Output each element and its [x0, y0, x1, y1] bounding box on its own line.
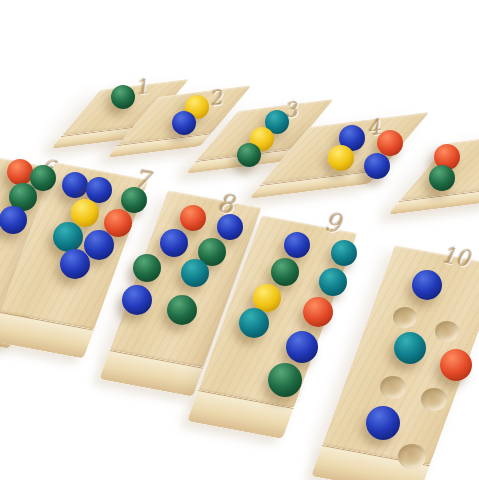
ball-yellow[interactable] — [71, 199, 99, 227]
board-scene: 1234678910 — [0, 0, 479, 480]
ball-blue[interactable] — [122, 285, 152, 315]
empty-dimple[interactable] — [393, 307, 417, 328]
ball-blue[interactable] — [172, 111, 196, 135]
ball-blue[interactable] — [62, 172, 88, 198]
ball-green[interactable] — [111, 85, 135, 109]
ball-teal[interactable] — [53, 222, 83, 252]
ball-blue[interactable] — [364, 153, 390, 179]
ball-blue[interactable] — [84, 230, 114, 260]
ball-green[interactable] — [271, 258, 299, 286]
ball-green[interactable] — [237, 143, 261, 167]
ball-green[interactable] — [30, 165, 56, 191]
ball-red[interactable] — [7, 159, 33, 185]
ball-blue[interactable] — [412, 270, 442, 300]
ball-red[interactable] — [303, 297, 333, 327]
ball-red[interactable] — [377, 130, 403, 156]
ball-blue[interactable] — [286, 331, 318, 363]
ball-teal[interactable] — [394, 332, 426, 364]
ball-blue[interactable] — [160, 229, 188, 257]
ball-teal[interactable] — [239, 308, 269, 338]
ball-blue[interactable] — [0, 206, 27, 234]
ball-teal[interactable] — [319, 268, 347, 296]
empty-dimple[interactable] — [421, 388, 447, 411]
ball-green[interactable] — [133, 254, 161, 282]
ball-teal[interactable] — [331, 240, 357, 266]
empty-dimple[interactable] — [380, 376, 406, 399]
ball-yellow[interactable] — [328, 145, 354, 171]
ball-blue[interactable] — [284, 232, 310, 258]
empty-dimple[interactable] — [398, 444, 426, 469]
ball-red[interactable] — [180, 205, 206, 231]
ball-red[interactable] — [440, 349, 472, 381]
ball-green[interactable] — [167, 295, 197, 325]
ball-green[interactable] — [121, 187, 147, 213]
ball-green[interactable] — [268, 363, 302, 397]
ball-teal[interactable] — [181, 259, 209, 287]
ball-green[interactable] — [429, 165, 455, 191]
ball-blue[interactable] — [366, 406, 400, 440]
ball-blue[interactable] — [217, 214, 243, 240]
empty-dimple[interactable] — [435, 321, 459, 342]
ball-blue[interactable] — [60, 249, 90, 279]
